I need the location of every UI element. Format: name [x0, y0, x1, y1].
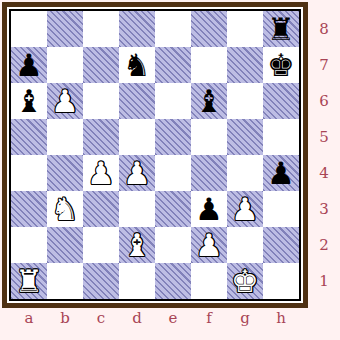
square-d7[interactable]: ♞	[119, 47, 155, 83]
square-f2[interactable]: ♟	[191, 227, 227, 263]
square-d2[interactable]: ♝	[119, 227, 155, 263]
square-f8[interactable]	[191, 11, 227, 47]
square-h3[interactable]	[263, 191, 299, 227]
square-e1[interactable]	[155, 263, 191, 299]
square-b5[interactable]	[47, 119, 83, 155]
square-d4[interactable]: ♟	[119, 155, 155, 191]
piece-black-bishop[interactable]: ♝	[15, 83, 43, 119]
square-c2[interactable]	[83, 227, 119, 263]
board-inner-border: ♜♟♞♚♝♟♝♟♟♟♞♟♟♝♟♜♚	[9, 9, 301, 301]
square-g3[interactable]: ♟	[227, 191, 263, 227]
piece-black-bishop[interactable]: ♝	[195, 83, 223, 119]
piece-white-rook[interactable]: ♜	[15, 263, 43, 299]
piece-black-pawn[interactable]: ♟	[195, 191, 223, 227]
rank-label-4: 4	[311, 155, 337, 191]
piece-white-king[interactable]: ♚	[231, 263, 259, 299]
square-h6[interactable]	[263, 83, 299, 119]
file-label-e: e	[155, 309, 191, 335]
square-c6[interactable]	[83, 83, 119, 119]
square-e2[interactable]	[155, 227, 191, 263]
piece-white-pawn[interactable]: ♟	[87, 155, 115, 191]
file-label-b: b	[47, 309, 83, 335]
piece-white-pawn[interactable]: ♟	[51, 83, 79, 119]
piece-black-pawn[interactable]: ♟	[267, 155, 295, 191]
square-d1[interactable]	[119, 263, 155, 299]
square-g8[interactable]	[227, 11, 263, 47]
square-a7[interactable]: ♟	[11, 47, 47, 83]
rank-label-5: 5	[311, 119, 337, 155]
rank-label-7: 7	[311, 47, 337, 83]
piece-white-knight[interactable]: ♞	[51, 191, 79, 227]
square-f6[interactable]: ♝	[191, 83, 227, 119]
square-b7[interactable]	[47, 47, 83, 83]
square-h2[interactable]	[263, 227, 299, 263]
square-d3[interactable]	[119, 191, 155, 227]
piece-black-pawn[interactable]: ♟	[15, 47, 43, 83]
chess-board-frame: ♜♟♞♚♝♟♝♟♟♟♞♟♟♝♟♜♚	[2, 2, 308, 308]
rank-label-3: 3	[311, 191, 337, 227]
square-a8[interactable]	[11, 11, 47, 47]
rank-label-1: 1	[311, 263, 337, 299]
rank-labels: 87654321	[311, 11, 337, 299]
piece-black-king[interactable]: ♚	[267, 47, 295, 83]
square-a5[interactable]	[11, 119, 47, 155]
square-g5[interactable]	[227, 119, 263, 155]
square-g6[interactable]	[227, 83, 263, 119]
square-f5[interactable]	[191, 119, 227, 155]
square-g2[interactable]	[227, 227, 263, 263]
file-labels: abcdefgh	[11, 309, 299, 335]
piece-white-pawn[interactable]: ♟	[123, 155, 151, 191]
square-f7[interactable]	[191, 47, 227, 83]
rank-label-8: 8	[311, 11, 337, 47]
file-label-h: h	[263, 309, 299, 335]
square-e6[interactable]	[155, 83, 191, 119]
file-label-d: d	[119, 309, 155, 335]
square-a2[interactable]	[11, 227, 47, 263]
piece-black-knight[interactable]: ♞	[123, 47, 151, 83]
square-a6[interactable]: ♝	[11, 83, 47, 119]
piece-white-pawn[interactable]: ♟	[231, 191, 259, 227]
square-b4[interactable]	[47, 155, 83, 191]
square-h5[interactable]	[263, 119, 299, 155]
chess-board: ♜♟♞♚♝♟♝♟♟♟♞♟♟♝♟♜♚	[11, 11, 299, 299]
square-b1[interactable]	[47, 263, 83, 299]
square-f1[interactable]	[191, 263, 227, 299]
square-d6[interactable]	[119, 83, 155, 119]
file-label-c: c	[83, 309, 119, 335]
square-h8[interactable]: ♜	[263, 11, 299, 47]
square-c7[interactable]	[83, 47, 119, 83]
square-f3[interactable]: ♟	[191, 191, 227, 227]
square-d8[interactable]	[119, 11, 155, 47]
rank-label-2: 2	[311, 227, 337, 263]
square-h4[interactable]: ♟	[263, 155, 299, 191]
file-label-a: a	[11, 309, 47, 335]
square-a4[interactable]	[11, 155, 47, 191]
square-f4[interactable]	[191, 155, 227, 191]
piece-black-rook[interactable]: ♜	[267, 11, 295, 47]
piece-white-bishop[interactable]: ♝	[123, 227, 151, 263]
square-h1[interactable]	[263, 263, 299, 299]
square-c8[interactable]	[83, 11, 119, 47]
square-b8[interactable]	[47, 11, 83, 47]
square-g4[interactable]	[227, 155, 263, 191]
board-gap: ♜♟♞♚♝♟♝♟♟♟♞♟♟♝♟♜♚	[7, 7, 303, 303]
square-g7[interactable]	[227, 47, 263, 83]
square-c3[interactable]	[83, 191, 119, 227]
file-label-g: g	[227, 309, 263, 335]
square-c1[interactable]	[83, 263, 119, 299]
square-c5[interactable]	[83, 119, 119, 155]
square-e3[interactable]	[155, 191, 191, 227]
square-b2[interactable]	[47, 227, 83, 263]
square-e8[interactable]	[155, 11, 191, 47]
square-b3[interactable]: ♞	[47, 191, 83, 227]
square-e7[interactable]	[155, 47, 191, 83]
rank-label-6: 6	[311, 83, 337, 119]
square-c4[interactable]: ♟	[83, 155, 119, 191]
square-e4[interactable]	[155, 155, 191, 191]
square-b6[interactable]: ♟	[47, 83, 83, 119]
square-a1[interactable]: ♜	[11, 263, 47, 299]
file-label-f: f	[191, 309, 227, 335]
square-g1[interactable]: ♚	[227, 263, 263, 299]
piece-white-pawn[interactable]: ♟	[195, 227, 223, 263]
square-e5[interactable]	[155, 119, 191, 155]
square-h7[interactable]: ♚	[263, 47, 299, 83]
square-a3[interactable]	[11, 191, 47, 227]
square-d5[interactable]	[119, 119, 155, 155]
